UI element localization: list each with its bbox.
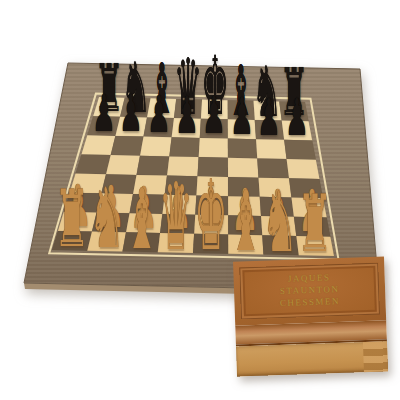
square-b8 [120,98,150,118]
square-b4 [101,174,136,194]
square-g6 [256,139,287,159]
square-e6 [199,138,228,158]
square-g7 [255,120,284,140]
square-a6 [81,135,115,155]
square-g5 [257,158,289,178]
square-c1 [123,232,161,252]
square-c5 [137,156,170,176]
square-d2 [160,214,195,234]
square-h1 [296,236,334,256]
square-a4 [70,174,106,194]
square-a3 [64,193,102,213]
box-lid-panel: JAQUES STAUNTON CHESSMEN [239,263,380,320]
square-f4 [228,177,260,197]
square-h8 [279,101,308,121]
square-h4 [289,178,323,198]
square-c3 [130,194,165,214]
square-b5 [106,155,140,175]
chess-set-photo: ♜♞♝♛♚♝♞♜♟♟♟♟♟♟♟♟♟♟♟♟♟♟♟♟♜♞♝♛♚♝♞♜ JAQUES … [0,0,400,400]
square-d5 [167,156,199,176]
square-c8 [147,98,176,118]
square-b2 [92,212,130,232]
box-lid: JAQUES STAUNTON CHESSMEN [233,256,386,325]
square-g1 [262,235,299,255]
square-a2 [58,212,97,232]
square-d6 [169,137,199,157]
square-c2 [126,213,162,233]
square-g2 [261,216,296,236]
square-c7 [144,117,174,137]
square-d1 [158,233,194,253]
square-f2 [228,215,262,235]
square-d8 [174,99,202,119]
square-c6 [140,137,172,157]
square-h6 [284,140,316,160]
square-f6 [228,139,257,159]
square-h2 [294,217,331,237]
square-f3 [228,196,261,216]
chessmen-box: JAQUES STAUNTON CHESSMEN [233,256,388,376]
square-b3 [97,193,133,213]
square-d4 [165,176,198,196]
square-e5 [198,157,229,177]
square-h3 [291,198,326,218]
square-f8 [228,100,255,120]
square-a8 [93,97,125,117]
box-label-line-3: CHESSMEN [280,296,340,310]
square-e3 [195,195,228,215]
square-f1 [228,235,263,255]
box-body [236,341,388,376]
square-d3 [162,195,196,215]
square-g8 [254,101,282,121]
square-h7 [282,121,313,141]
square-e2 [194,215,228,235]
square-g4 [259,178,292,198]
square-d7 [172,118,201,138]
square-f5 [228,158,259,178]
square-f7 [228,119,256,139]
square-e7 [200,119,228,139]
square-g3 [260,197,294,217]
square-e4 [196,176,228,196]
square-b7 [115,117,147,137]
square-a1 [52,231,92,251]
box-finger-joints [363,341,388,372]
square-e1 [193,234,228,254]
square-a5 [76,154,111,174]
square-a7 [87,116,120,136]
square-c4 [133,175,167,195]
square-b6 [111,136,144,156]
square-h5 [287,159,320,179]
square-b1 [87,232,126,252]
square-e8 [201,100,228,120]
